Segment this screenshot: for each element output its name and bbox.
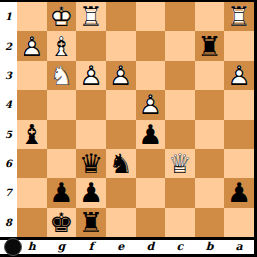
- square-g2[interactable]: ♝♗: [47, 31, 77, 60]
- board-border-right: [254, 0, 257, 257]
- square-e2[interactable]: [106, 31, 136, 60]
- square-a8[interactable]: [224, 208, 254, 237]
- square-h7[interactable]: [17, 178, 47, 207]
- square-f2[interactable]: [76, 31, 106, 60]
- file-label-a: a: [224, 239, 254, 254]
- black-to-move-indicator-icon: [4, 238, 22, 256]
- white-pawn[interactable]: ♟♙: [136, 90, 166, 119]
- black-queen[interactable]: ♛: [76, 149, 106, 178]
- black-bishop[interactable]: ♝: [17, 120, 47, 149]
- square-h1[interactable]: [17, 2, 47, 31]
- file-labels: hgfedcba: [17, 239, 254, 254]
- black-pawn[interactable]: ♟: [136, 120, 166, 149]
- rank-label-8: 8: [0, 208, 17, 237]
- square-a1[interactable]: ♜♖: [224, 2, 254, 31]
- black-rook[interactable]: ♜: [195, 31, 225, 60]
- square-g1[interactable]: ♚♔: [47, 2, 77, 31]
- square-h3[interactable]: [17, 61, 47, 90]
- square-f5[interactable]: [76, 120, 106, 149]
- square-e7[interactable]: [106, 178, 136, 207]
- square-c7[interactable]: [165, 178, 195, 207]
- chess-diagram: 12345678 ♚♔♜♖♜♖♟♙♝♗♜♞♘♟♙♟♙♟♙♟♙♝♟♛♞♛♕♟♟♟♚…: [0, 0, 257, 257]
- square-b8[interactable]: [195, 208, 225, 237]
- square-c5[interactable]: [165, 120, 195, 149]
- square-h6[interactable]: [17, 149, 47, 178]
- square-g6[interactable]: [47, 149, 77, 178]
- square-e6[interactable]: ♞: [106, 149, 136, 178]
- white-knight[interactable]: ♞♘: [47, 61, 77, 90]
- square-c8[interactable]: [165, 208, 195, 237]
- square-h5[interactable]: ♝: [17, 120, 47, 149]
- square-d3[interactable]: [136, 61, 166, 90]
- square-a3[interactable]: ♟♙: [224, 61, 254, 90]
- black-pawn[interactable]: ♟: [76, 178, 106, 207]
- square-b2[interactable]: ♜: [195, 31, 225, 60]
- square-h4[interactable]: [17, 90, 47, 119]
- square-c6[interactable]: ♛♕: [165, 149, 195, 178]
- square-b7[interactable]: [195, 178, 225, 207]
- square-a2[interactable]: [224, 31, 254, 60]
- square-f8[interactable]: ♜: [76, 208, 106, 237]
- square-f4[interactable]: [76, 90, 106, 119]
- square-e3[interactable]: ♟♙: [106, 61, 136, 90]
- white-rook[interactable]: ♜♖: [76, 2, 106, 31]
- black-pawn[interactable]: ♟: [47, 178, 77, 207]
- white-pawn[interactable]: ♟♙: [17, 31, 47, 60]
- square-e1[interactable]: [106, 2, 136, 31]
- rank-labels: 12345678: [0, 2, 17, 237]
- square-d6[interactable]: [136, 149, 166, 178]
- white-pawn[interactable]: ♟♙: [224, 61, 254, 90]
- square-f1[interactable]: ♜♖: [76, 2, 106, 31]
- square-h8[interactable]: [17, 208, 47, 237]
- rank-label-2: 2: [0, 31, 17, 60]
- square-a6[interactable]: [224, 149, 254, 178]
- square-g3[interactable]: ♞♘: [47, 61, 77, 90]
- square-d1[interactable]: [136, 2, 166, 31]
- square-g8[interactable]: ♚: [47, 208, 77, 237]
- square-f7[interactable]: ♟: [76, 178, 106, 207]
- white-rook[interactable]: ♜♖: [224, 2, 254, 31]
- square-g7[interactable]: ♟: [47, 178, 77, 207]
- file-label-g: g: [47, 239, 77, 254]
- square-b6[interactable]: [195, 149, 225, 178]
- file-label-d: d: [136, 239, 166, 254]
- white-pawn[interactable]: ♟♙: [76, 61, 106, 90]
- rank-label-6: 6: [0, 149, 17, 178]
- rank-label-4: 4: [0, 90, 17, 119]
- square-b1[interactable]: [195, 2, 225, 31]
- square-c3[interactable]: [165, 61, 195, 90]
- black-king[interactable]: ♚: [47, 208, 77, 237]
- square-c4[interactable]: [165, 90, 195, 119]
- square-a7[interactable]: ♟: [224, 178, 254, 207]
- file-label-b: b: [195, 239, 225, 254]
- file-label-e: e: [106, 239, 136, 254]
- square-d8[interactable]: [136, 208, 166, 237]
- square-a4[interactable]: [224, 90, 254, 119]
- white-bishop[interactable]: ♝♗: [47, 31, 77, 60]
- square-d5[interactable]: ♟: [136, 120, 166, 149]
- black-rook[interactable]: ♜: [76, 208, 106, 237]
- square-g4[interactable]: [47, 90, 77, 119]
- square-f3[interactable]: ♟♙: [76, 61, 106, 90]
- rank-label-3: 3: [0, 61, 17, 90]
- black-knight[interactable]: ♞: [106, 149, 136, 178]
- file-label-f: f: [76, 239, 106, 254]
- square-e8[interactable]: [106, 208, 136, 237]
- white-king[interactable]: ♚♔: [47, 2, 77, 31]
- square-e5[interactable]: [106, 120, 136, 149]
- square-b3[interactable]: [195, 61, 225, 90]
- rank-label-5: 5: [0, 120, 17, 149]
- rank-label-7: 7: [0, 178, 17, 207]
- square-h2[interactable]: ♟♙: [17, 31, 47, 60]
- chess-board: ♚♔♜♖♜♖♟♙♝♗♜♞♘♟♙♟♙♟♙♟♙♝♟♛♞♛♕♟♟♟♚♜: [17, 2, 254, 237]
- square-c2[interactable]: [165, 31, 195, 60]
- square-d7[interactable]: [136, 178, 166, 207]
- rank-label-1: 1: [0, 2, 17, 31]
- square-f6[interactable]: ♛: [76, 149, 106, 178]
- square-e4[interactable]: [106, 90, 136, 119]
- square-d2[interactable]: [136, 31, 166, 60]
- square-g5[interactable]: [47, 120, 77, 149]
- square-a5[interactable]: [224, 120, 254, 149]
- square-b5[interactable]: [195, 120, 225, 149]
- white-queen[interactable]: ♛♕: [165, 149, 195, 178]
- white-pawn[interactable]: ♟♙: [106, 61, 136, 90]
- square-c1[interactable]: [165, 2, 195, 31]
- black-pawn[interactable]: ♟: [224, 178, 254, 207]
- square-d4[interactable]: ♟♙: [136, 90, 166, 119]
- file-label-c: c: [165, 239, 195, 254]
- square-b4[interactable]: [195, 90, 225, 119]
